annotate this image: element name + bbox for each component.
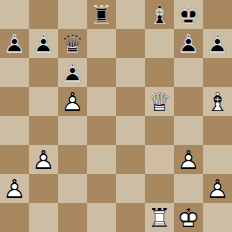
square-d3[interactable] [87,145,116,174]
square-b2[interactable] [29,174,58,203]
square-g7[interactable]: ♟♙ [174,29,203,58]
square-f3[interactable] [145,145,174,174]
square-g3[interactable]: ♟♙ [174,145,203,174]
square-e1[interactable] [116,203,145,232]
white-king-piece[interactable]: ♚♔ [174,203,203,232]
white-pawn-piece[interactable]: ♟♙ [0,174,29,203]
square-c4[interactable] [58,116,87,145]
piece-outline-layer: ♙ [203,174,232,203]
square-g6[interactable] [174,58,203,87]
square-h8[interactable] [203,0,232,29]
square-h5[interactable]: ♝♗ [203,87,232,116]
piece-outline-layer: ♙ [203,29,232,58]
white-pawn-piece[interactable]: ♟♙ [174,145,203,174]
white-pawn-piece[interactable]: ♟♙ [29,145,58,174]
square-d1[interactable] [87,203,116,232]
piece-outline-layer: ♙ [0,29,29,58]
piece-outline-layer: ♙ [0,174,29,203]
square-f1[interactable]: ♜♖ [145,203,174,232]
black-queen-piece[interactable]: ♛♕ [58,29,87,58]
square-c1[interactable] [58,203,87,232]
square-a7[interactable]: ♟♙ [0,29,29,58]
black-pawn-piece[interactable]: ♟♙ [203,29,232,58]
square-d2[interactable] [87,174,116,203]
square-h7[interactable]: ♟♙ [203,29,232,58]
piece-outline-layer: ♙ [174,145,203,174]
black-rook-piece[interactable]: ♜♖ [87,0,116,29]
black-bishop-piece[interactable]: ♝♗ [145,0,174,29]
piece-outline-layer: ♙ [29,29,58,58]
square-c6[interactable]: ♟♙ [58,58,87,87]
piece-outline-layer: ♖ [145,203,174,232]
square-b3[interactable]: ♟♙ [29,145,58,174]
square-e4[interactable] [116,116,145,145]
piece-outline-layer: ♖ [87,0,116,29]
square-h4[interactable] [203,116,232,145]
piece-outline-layer: ♗ [145,0,174,29]
square-a6[interactable] [0,58,29,87]
square-a2[interactable]: ♟♙ [0,174,29,203]
piece-outline-layer: ♙ [29,145,58,174]
square-h2[interactable]: ♟♙ [203,174,232,203]
piece-outline-layer: ♙ [58,87,87,116]
square-e5[interactable] [116,87,145,116]
square-e8[interactable] [116,0,145,29]
white-queen-piece[interactable]: ♛♕ [145,87,174,116]
square-d8[interactable]: ♜♖ [87,0,116,29]
square-e6[interactable] [116,58,145,87]
chess-board: ♜♖♝♗♚♔♟♙♟♙♛♕♟♙♟♙♟♙♟♙♛♕♝♗♟♙♟♙♟♙♟♙♜♖♚♔ [0,0,232,232]
white-rook-piece[interactable]: ♜♖ [145,203,174,232]
square-c2[interactable] [58,174,87,203]
black-pawn-piece[interactable]: ♟♙ [0,29,29,58]
piece-outline-layer: ♕ [58,29,87,58]
square-a8[interactable] [0,0,29,29]
black-pawn-piece[interactable]: ♟♙ [174,29,203,58]
piece-outline-layer: ♗ [203,87,232,116]
square-f6[interactable] [145,58,174,87]
square-e3[interactable] [116,145,145,174]
square-b4[interactable] [29,116,58,145]
square-a3[interactable] [0,145,29,174]
white-pawn-piece[interactable]: ♟♙ [58,87,87,116]
square-c8[interactable] [58,0,87,29]
piece-outline-layer: ♙ [174,29,203,58]
square-h6[interactable] [203,58,232,87]
square-f7[interactable] [145,29,174,58]
square-d7[interactable] [87,29,116,58]
square-g5[interactable] [174,87,203,116]
square-d4[interactable] [87,116,116,145]
square-a4[interactable] [0,116,29,145]
black-pawn-piece[interactable]: ♟♙ [58,58,87,87]
square-a1[interactable] [0,203,29,232]
square-f2[interactable] [145,174,174,203]
square-h1[interactable] [203,203,232,232]
square-c5[interactable]: ♟♙ [58,87,87,116]
square-f8[interactable]: ♝♗ [145,0,174,29]
square-g8[interactable]: ♚♔ [174,0,203,29]
piece-outline-layer: ♔ [174,203,203,232]
square-g4[interactable] [174,116,203,145]
square-c7[interactable]: ♛♕ [58,29,87,58]
white-pawn-piece[interactable]: ♟♙ [203,174,232,203]
white-bishop-piece[interactable]: ♝♗ [203,87,232,116]
square-h3[interactable] [203,145,232,174]
square-b5[interactable] [29,87,58,116]
square-f4[interactable] [145,116,174,145]
square-d5[interactable] [87,87,116,116]
square-e2[interactable] [116,174,145,203]
square-e7[interactable] [116,29,145,58]
square-g2[interactable] [174,174,203,203]
square-b7[interactable]: ♟♙ [29,29,58,58]
piece-outline-layer: ♙ [58,58,87,87]
square-b8[interactable] [29,0,58,29]
square-c3[interactable] [58,145,87,174]
black-king-piece[interactable]: ♚♔ [174,0,203,29]
square-f5[interactable]: ♛♕ [145,87,174,116]
square-g1[interactable]: ♚♔ [174,203,203,232]
square-b6[interactable] [29,58,58,87]
piece-outline-layer: ♔ [174,0,203,29]
piece-outline-layer: ♕ [145,87,174,116]
square-d6[interactable] [87,58,116,87]
square-a5[interactable] [0,87,29,116]
black-pawn-piece[interactable]: ♟♙ [29,29,58,58]
square-b1[interactable] [29,203,58,232]
